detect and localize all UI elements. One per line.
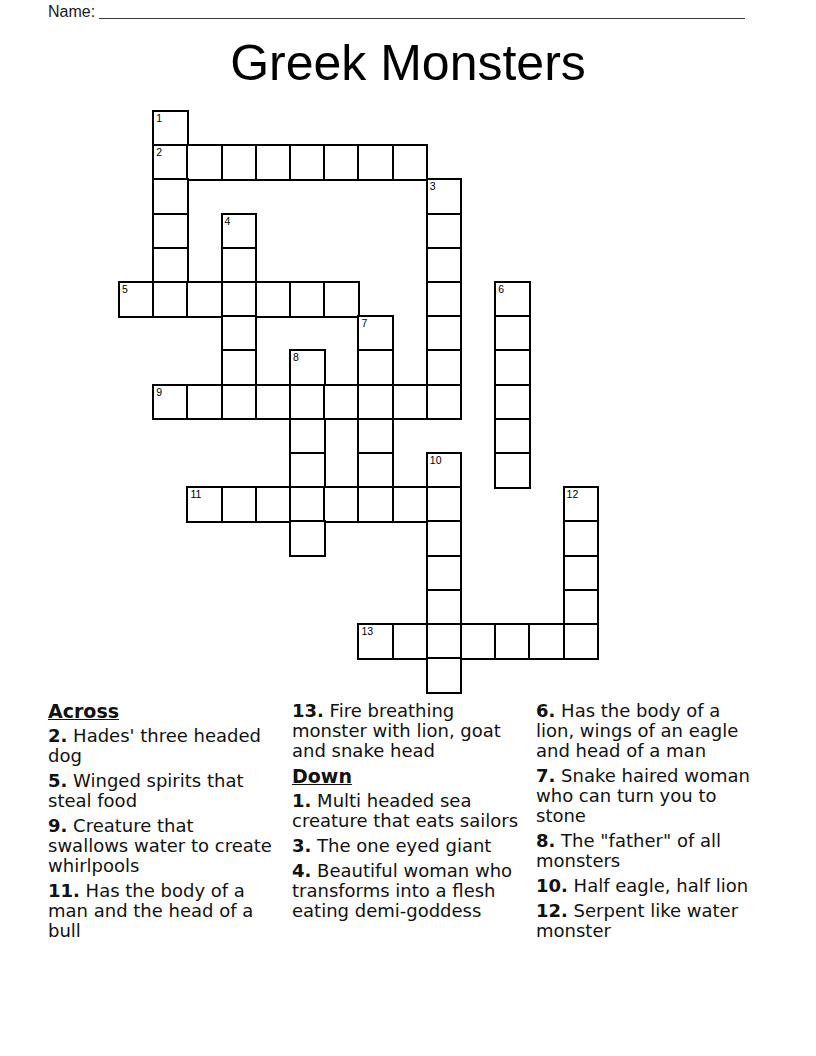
grid-cell-r1c3[interactable] — [221, 144, 258, 181]
grid-cell-r10c9[interactable]: 10 — [426, 452, 463, 489]
clue-number: 5. — [48, 770, 67, 791]
grid-cell-r13c13[interactable] — [563, 555, 600, 592]
grid-cell-r6c9[interactable] — [426, 315, 463, 352]
clue-column-1: Across2. Hades' three headed dog5. Winge… — [48, 700, 275, 946]
clue-down-6: 6. Has the body of a lion, wings of an e… — [536, 701, 756, 761]
grid-cell-r1c4[interactable] — [255, 144, 292, 181]
grid-cell-r6c11[interactable] — [494, 315, 531, 352]
grid-cell-r3c1[interactable] — [152, 213, 189, 250]
grid-cell-r10c11[interactable] — [494, 452, 531, 489]
grid-cell-r11c5[interactable] — [289, 486, 326, 523]
grid-cell-r4c9[interactable] — [426, 247, 463, 284]
cell-number-2: 2 — [156, 146, 162, 158]
clue-column-2: 13. Fire breathing monster with lion, go… — [292, 701, 520, 926]
grid-cell-r12c13[interactable] — [563, 520, 600, 557]
grid-cell-r5c11[interactable]: 6 — [494, 281, 531, 318]
cell-number-8: 8 — [293, 351, 299, 363]
grid-cell-r7c5[interactable]: 8 — [289, 349, 326, 386]
grid-cell-r0c1[interactable]: 1 — [152, 110, 189, 147]
grid-cell-r5c6[interactable] — [323, 281, 360, 318]
grid-cell-r7c9[interactable] — [426, 349, 463, 386]
grid-cell-r11c6[interactable] — [323, 486, 360, 523]
clue-down-12: 12. Serpent like water monster — [536, 901, 756, 941]
grid-cell-r12c9[interactable] — [426, 520, 463, 557]
cell-number-13: 13 — [361, 625, 373, 637]
grid-cell-r12c5[interactable] — [289, 520, 326, 557]
cell-number-6: 6 — [498, 283, 504, 295]
grid-cell-r4c3[interactable] — [221, 247, 258, 284]
grid-cell-r9c5[interactable] — [289, 418, 326, 455]
name-label: Name: — [48, 3, 95, 21]
clue-number: 12. — [536, 900, 568, 921]
grid-cell-r13c9[interactable] — [426, 555, 463, 592]
grid-cell-r6c3[interactable] — [221, 315, 258, 352]
crossword-grid: 12345678910111213 — [118, 110, 599, 694]
grid-cell-r1c7[interactable] — [357, 144, 394, 181]
clue-across-11: 11. Has the body of a man and the head o… — [48, 881, 275, 941]
grid-cell-r14c9[interactable] — [426, 589, 463, 626]
clue-number: 13. — [292, 700, 324, 721]
grid-cell-r5c9[interactable] — [426, 281, 463, 318]
cell-number-4: 4 — [225, 215, 231, 227]
grid-cell-r5c4[interactable] — [255, 281, 292, 318]
grid-cell-r5c1[interactable] — [152, 281, 189, 318]
grid-cell-r1c1[interactable]: 2 — [152, 144, 189, 181]
cell-number-9: 9 — [156, 386, 162, 398]
clue-across-5: 5. Winged spirits that steal food — [48, 771, 275, 811]
down-heading: Down — [292, 766, 520, 786]
grid-cell-r9c7[interactable] — [357, 418, 394, 455]
grid-cell-r15c11[interactable] — [494, 623, 531, 660]
grid-cell-r15c13[interactable] — [563, 623, 600, 660]
clue-number: 6. — [536, 700, 555, 721]
clue-across-9: 9. Creature that swallows water to creat… — [48, 816, 275, 876]
cell-number-7: 7 — [361, 317, 367, 329]
clue-down-8: 8. The "father" of all monsters — [536, 831, 756, 871]
across-heading: Across — [48, 701, 275, 721]
clue-number: 11. — [48, 880, 80, 901]
grid-cell-r8c6[interactable] — [323, 384, 360, 421]
grid-cell-r7c3[interactable] — [221, 349, 258, 386]
clue-number: 7. — [536, 765, 555, 786]
grid-cell-r5c3[interactable] — [221, 281, 258, 318]
grid-cell-r14c13[interactable] — [563, 589, 600, 626]
grid-cell-r7c7[interactable] — [357, 349, 394, 386]
grid-cell-r11c13[interactable]: 12 — [563, 486, 600, 523]
grid-cell-r15c9[interactable] — [426, 623, 463, 660]
clue-column-3: 6. Has the body of a lion, wings of an e… — [536, 701, 756, 946]
clue-down-3: 3. The one eyed giant — [292, 836, 520, 856]
grid-cell-r4c1[interactable] — [152, 247, 189, 284]
grid-cell-r11c7[interactable] — [357, 486, 394, 523]
clue-down-1: 1. Multi headed sea creature that eats s… — [292, 791, 520, 831]
clue-across-13: 13. Fire breathing monster with lion, go… — [292, 701, 520, 761]
clue-down-7: 7. Snake haired woman who can turn you t… — [536, 766, 756, 826]
grid-cell-r15c8[interactable] — [392, 623, 429, 660]
grid-cell-r3c3[interactable]: 4 — [221, 213, 258, 250]
clue-number: 2. — [48, 725, 67, 746]
clue-across-2: 2. Hades' three headed dog — [48, 726, 275, 766]
grid-cell-r2c9[interactable]: 3 — [426, 178, 463, 215]
grid-cell-r1c5[interactable] — [289, 144, 326, 181]
cell-number-1: 1 — [156, 112, 162, 124]
grid-cell-r11c3[interactable] — [221, 486, 258, 523]
name-blank-line[interactable] — [99, 2, 745, 19]
grid-cell-r1c2[interactable] — [186, 144, 223, 181]
grid-cell-r8c8[interactable] — [392, 384, 429, 421]
cell-number-11: 11 — [190, 488, 201, 500]
cell-number-12: 12 — [567, 488, 579, 500]
grid-cell-r8c2[interactable] — [186, 384, 223, 421]
grid-cell-r15c7[interactable]: 13 — [357, 623, 394, 660]
clue-down-10: 10. Half eagle, half lion — [536, 876, 756, 896]
grid-cell-r10c5[interactable] — [289, 452, 326, 489]
grid-cell-r15c10[interactable] — [460, 623, 497, 660]
grid-cell-r8c4[interactable] — [255, 384, 292, 421]
grid-cell-r8c7[interactable] — [357, 384, 394, 421]
grid-cell-r5c0[interactable]: 5 — [118, 281, 155, 318]
clue-number: 3. — [292, 835, 311, 856]
grid-cell-r10c7[interactable] — [357, 452, 394, 489]
grid-cell-r11c9[interactable] — [426, 486, 463, 523]
grid-cell-r5c5[interactable] — [289, 281, 326, 318]
grid-cell-r9c11[interactable] — [494, 418, 531, 455]
grid-cell-r11c8[interactable] — [392, 486, 429, 523]
grid-cell-r8c5[interactable] — [289, 384, 326, 421]
cell-number-3: 3 — [430, 180, 436, 192]
grid-cell-r2c1[interactable] — [152, 178, 189, 215]
grid-cell-r8c1[interactable]: 9 — [152, 384, 189, 421]
grid-cell-r11c2[interactable]: 11 — [186, 486, 223, 523]
clue-number: 8. — [536, 830, 555, 851]
clue-number: 9. — [48, 815, 67, 836]
grid-cell-r8c9[interactable] — [426, 384, 463, 421]
grid-cell-r5c2[interactable] — [186, 281, 223, 318]
grid-cell-r3c9[interactable] — [426, 213, 463, 250]
puzzle-title: Greek Monsters — [0, 36, 816, 90]
grid-cell-r1c6[interactable] — [323, 144, 360, 181]
cell-number-5: 5 — [122, 283, 128, 295]
grid-cell-r1c8[interactable] — [392, 144, 429, 181]
cell-number-10: 10 — [430, 454, 442, 466]
grid-cell-r8c3[interactable] — [221, 384, 258, 421]
grid-cell-r7c11[interactable] — [494, 349, 531, 386]
grid-cell-r11c4[interactable] — [255, 486, 292, 523]
clue-number: 1. — [292, 790, 311, 811]
grid-cell-r15c12[interactable] — [528, 623, 565, 660]
clue-number: 4. — [292, 860, 311, 881]
grid-cell-r8c11[interactable] — [494, 384, 531, 421]
grid-cell-r6c7[interactable]: 7 — [357, 315, 394, 352]
clue-number: 10. — [536, 875, 568, 896]
clue-down-4: 4. Beautiful woman who transforms into a… — [292, 861, 520, 921]
grid-cell-r16c9[interactable] — [426, 657, 463, 694]
